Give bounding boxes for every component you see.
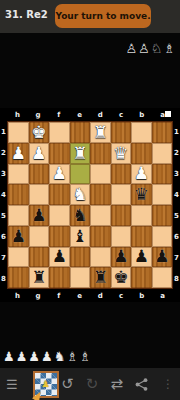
- black-pawn-f7: ♟: [52, 248, 67, 265]
- square-c4[interactable]: [111, 184, 132, 205]
- square-a7[interactable]: ♟: [152, 247, 173, 268]
- file-label-f: f: [49, 289, 70, 302]
- square-g2[interactable]: ♟: [29, 143, 50, 164]
- square-g8[interactable]: ♜: [29, 267, 50, 288]
- captured-pawn-icon: ♟: [3, 349, 15, 365]
- square-h5[interactable]: [8, 205, 29, 226]
- captured-knight-icon: ♘: [151, 41, 163, 56]
- square-f1[interactable]: [49, 122, 70, 143]
- white-pawn-h2: ♟: [11, 145, 26, 162]
- rank-label-6: 6: [0, 226, 7, 247]
- square-g4[interactable]: [29, 184, 50, 205]
- square-f6[interactable]: [49, 226, 70, 247]
- square-e1[interactable]: [70, 122, 91, 143]
- square-f2[interactable]: [49, 143, 70, 164]
- rank-label-5: 5: [173, 205, 180, 226]
- turn-indicator-square: [165, 111, 171, 117]
- square-d6[interactable]: [90, 226, 111, 247]
- file-labels-bottom: hgfedcba: [7, 289, 173, 302]
- square-e3[interactable]: [70, 164, 91, 185]
- cursor-arrow-icon: [32, 389, 44, 400]
- square-a4[interactable]: [152, 184, 173, 205]
- file-label-b: b: [132, 289, 153, 302]
- square-c7[interactable]: ♟: [111, 247, 132, 268]
- white-king-g1: ♚: [31, 124, 46, 141]
- captured-pawn-icon: ♟: [16, 349, 28, 365]
- rank-label-8: 8: [0, 268, 7, 289]
- captured-bishop-icon: ♗: [163, 41, 175, 56]
- square-a5[interactable]: [152, 205, 173, 226]
- share-icon[interactable]: [135, 378, 148, 391]
- square-b6[interactable]: [131, 226, 152, 247]
- square-b5[interactable]: [131, 205, 152, 226]
- black-rook-g8: ♜: [31, 269, 46, 286]
- square-f4[interactable]: [49, 184, 70, 205]
- file-label-e: e: [69, 108, 90, 121]
- captured-pawn-icon: ♙: [125, 41, 137, 56]
- black-pawn-c7: ♟: [113, 248, 128, 265]
- black-knight-e5: ♞: [72, 207, 87, 224]
- rank-labels-left: 12345678: [0, 121, 7, 289]
- square-g5[interactable]: ♟: [29, 205, 50, 226]
- black-pawn-h6: ♟: [11, 228, 26, 245]
- rank-label-5: 5: [0, 205, 7, 226]
- captured-pawn-icon: ♟: [41, 349, 53, 365]
- header-bar: 31. Re2 Your turn to move.: [0, 0, 180, 33]
- square-f5[interactable]: [49, 205, 70, 226]
- square-a6[interactable]: [152, 226, 173, 247]
- white-rook-d1: ♜: [93, 124, 108, 141]
- square-h8[interactable]: [8, 267, 29, 288]
- square-e4[interactable]: ♞: [70, 184, 91, 205]
- rank-label-3: 3: [0, 163, 7, 184]
- square-c3[interactable]: [111, 164, 132, 185]
- corner: [0, 289, 7, 302]
- black-pawn-b7: ♟: [134, 248, 149, 265]
- file-label-a: a: [152, 289, 173, 302]
- undo-icon[interactable]: ↺: [61, 377, 74, 392]
- square-d5[interactable]: [90, 205, 111, 226]
- file-label-b: b: [132, 108, 153, 121]
- file-label-d: d: [90, 108, 111, 121]
- chess-board: hgfedcba 12345678 ♚♜♟♟♜♛♟♟♞♛♟♞♟♝♟♟♟♟♜♜♚ …: [0, 108, 180, 302]
- redo-icon[interactable]: ↻: [86, 377, 99, 392]
- file-label-d: d: [90, 289, 111, 302]
- square-h3[interactable]: [8, 164, 29, 185]
- rank-label-7: 7: [0, 247, 7, 268]
- rank-label-7: 7: [173, 247, 180, 268]
- white-queen-c2: ♛: [113, 145, 128, 162]
- square-g7[interactable]: [29, 247, 50, 268]
- white-knight-e4: ♞: [72, 186, 87, 203]
- file-label-g: g: [28, 108, 49, 121]
- file-label-f: f: [49, 108, 70, 121]
- white-pawn-b3: ♟: [134, 165, 149, 182]
- sync-icon[interactable]: ⇄: [110, 377, 123, 392]
- turn-banner-text: Your turn to move.: [55, 11, 150, 21]
- rank-label-1: 1: [173, 121, 180, 142]
- rank-label-4: 4: [0, 184, 7, 205]
- square-d2[interactable]: [90, 143, 111, 164]
- corner: [0, 108, 7, 121]
- square-b8[interactable]: [131, 267, 152, 288]
- square-h1[interactable]: [8, 122, 29, 143]
- square-b4[interactable]: ♛: [131, 184, 152, 205]
- black-pawn-a7: ♟: [154, 248, 169, 265]
- white-pawn-g2: ♟: [31, 145, 46, 162]
- black-rook-d8: ♜: [93, 269, 108, 286]
- overflow-menu-icon[interactable]: ⋮: [162, 377, 174, 391]
- white-pawn-f3: ♟: [52, 165, 67, 182]
- file-labels-top: hgfedcba: [7, 108, 173, 121]
- black-bishop-e6: ♝: [72, 228, 87, 245]
- square-g3[interactable]: [29, 164, 50, 185]
- last-move-label: 31. Re2: [5, 9, 48, 20]
- square-h4[interactable]: [8, 184, 29, 205]
- rank-label-8: 8: [173, 268, 180, 289]
- square-a8[interactable]: [152, 267, 173, 288]
- file-label-e: e: [69, 289, 90, 302]
- square-c6[interactable]: [111, 226, 132, 247]
- mini-pawn-icon: ♟: [42, 379, 50, 389]
- white-rook-e2: ♜: [72, 145, 87, 162]
- board-squares: ♚♜♟♟♜♛♟♟♞♛♟♞♟♝♟♟♟♟♜♜♚: [7, 121, 173, 289]
- captured-pawn-icon: ♟: [28, 349, 40, 365]
- square-g1[interactable]: ♚: [29, 122, 50, 143]
- captured-knight-icon: ♞: [54, 349, 66, 365]
- square-b2[interactable]: [131, 143, 152, 164]
- square-b3[interactable]: ♟: [131, 164, 152, 185]
- square-g6[interactable]: [29, 226, 50, 247]
- turn-banner: Your turn to move.: [55, 4, 151, 28]
- square-h7[interactable]: [8, 247, 29, 268]
- bottom-toolbar: ☰ ♟ ↺ ↻ ⇄ ⋮: [0, 368, 180, 400]
- black-king-c8: ♚: [113, 269, 128, 286]
- menu-icon[interactable]: ☰: [6, 377, 18, 392]
- file-label-c: c: [111, 108, 132, 121]
- captured-pawn-icon: ♙: [138, 41, 150, 56]
- rank-label-2: 2: [0, 142, 7, 163]
- square-e5[interactable]: ♞: [70, 205, 91, 226]
- captured-tray-top: ♙♙♘♗: [125, 41, 175, 56]
- square-e2[interactable]: ♜: [70, 143, 91, 164]
- black-pawn-g5: ♟: [31, 207, 46, 224]
- corner: [173, 108, 180, 121]
- game-board-button[interactable]: ♟: [33, 371, 59, 398]
- square-c2[interactable]: ♛: [111, 143, 132, 164]
- file-label-g: g: [28, 289, 49, 302]
- captured-tray-bottom: ♟♟♟♟♞♗♗: [3, 349, 91, 365]
- square-d1[interactable]: ♜: [90, 122, 111, 143]
- rank-label-2: 2: [173, 142, 180, 163]
- rank-label-6: 6: [173, 226, 180, 247]
- square-h2[interactable]: ♟: [8, 143, 29, 164]
- square-f3[interactable]: ♟: [49, 164, 70, 185]
- square-h6[interactable]: ♟: [8, 226, 29, 247]
- square-b1[interactable]: [131, 122, 152, 143]
- square-c8[interactable]: ♚: [111, 267, 132, 288]
- rank-label-4: 4: [173, 184, 180, 205]
- file-label-c: c: [111, 289, 132, 302]
- square-d7[interactable]: [90, 247, 111, 268]
- square-d8[interactable]: ♜: [90, 267, 111, 288]
- square-a3[interactable]: [152, 164, 173, 185]
- square-e7[interactable]: [70, 247, 91, 268]
- rank-label-1: 1: [0, 121, 7, 142]
- corner: [173, 289, 180, 302]
- square-f7[interactable]: ♟: [49, 247, 70, 268]
- square-b7[interactable]: ♟: [131, 247, 152, 268]
- rank-label-3: 3: [173, 163, 180, 184]
- square-a1[interactable]: [152, 122, 173, 143]
- square-e8[interactable]: [70, 267, 91, 288]
- file-label-h: h: [7, 289, 28, 302]
- square-d4[interactable]: [90, 184, 111, 205]
- captured-bishop-icon: ♗: [66, 349, 78, 365]
- square-d3[interactable]: [90, 164, 111, 185]
- rank-labels-right: 12345678: [173, 121, 180, 289]
- square-a2[interactable]: [152, 143, 173, 164]
- square-c1[interactable]: [111, 122, 132, 143]
- file-label-h: h: [7, 108, 28, 121]
- square-e6[interactable]: ♝: [70, 226, 91, 247]
- black-queen-b4: ♛: [134, 186, 149, 203]
- captured-bishop-icon: ♗: [79, 349, 91, 365]
- square-f8[interactable]: [49, 267, 70, 288]
- square-c5[interactable]: [111, 205, 132, 226]
